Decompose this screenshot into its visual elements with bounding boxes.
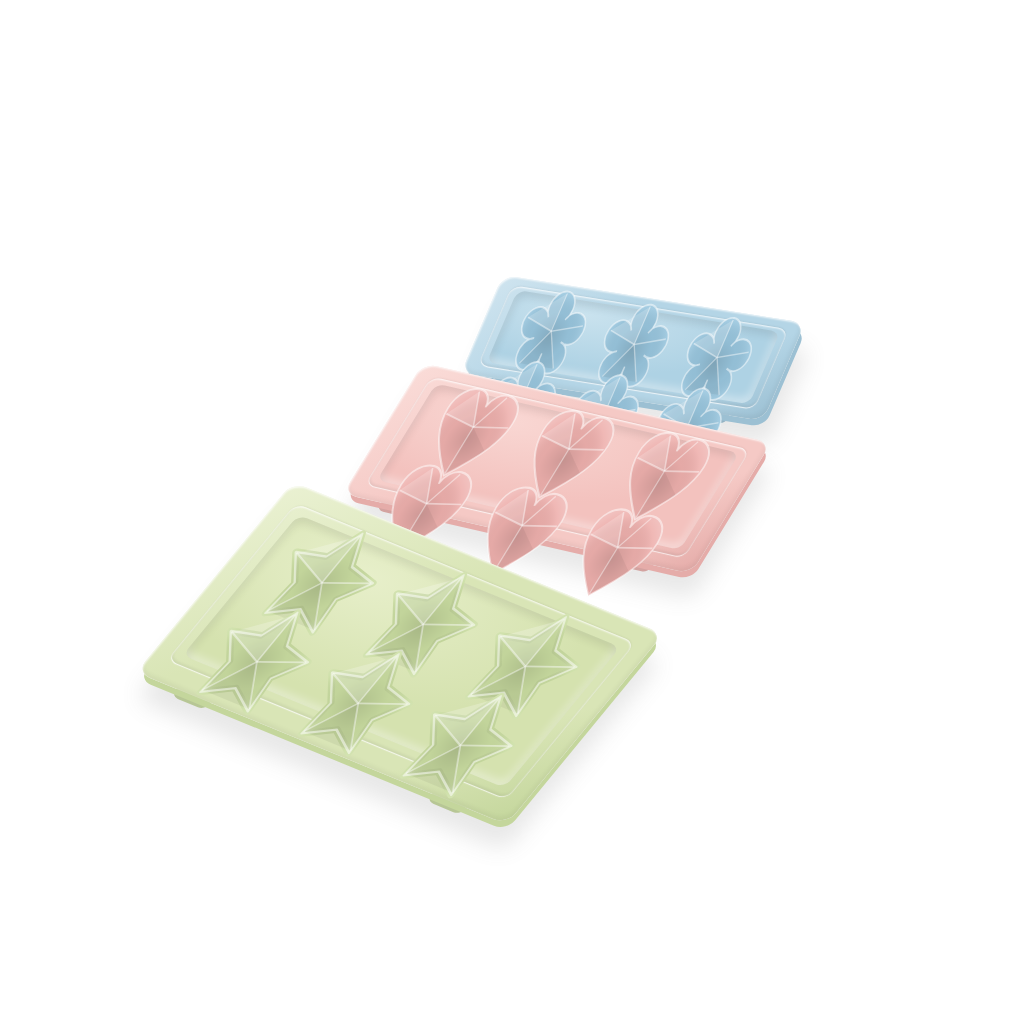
product-photo-background xyxy=(0,0,1024,1024)
cavity-grid xyxy=(501,296,767,396)
tray-recessed-floor xyxy=(182,515,620,788)
